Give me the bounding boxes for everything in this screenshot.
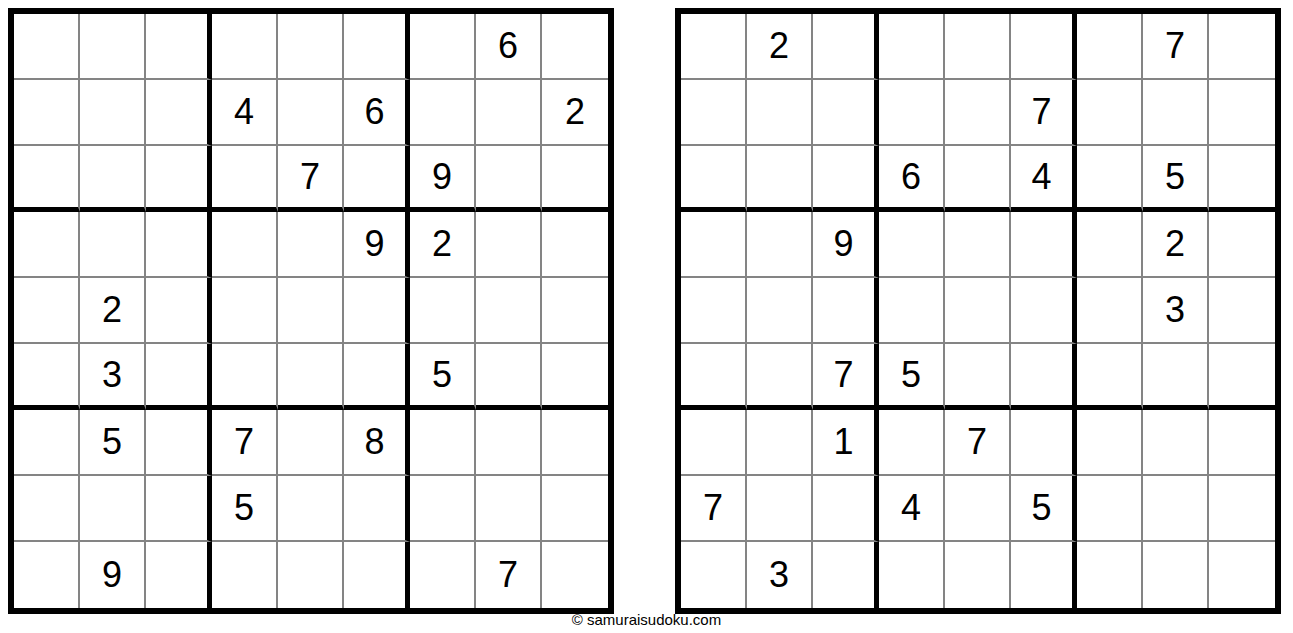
right-cell-r6c1[interactable]	[681, 344, 747, 410]
left-cell-r5c9[interactable]	[542, 278, 608, 344]
left-cell-r9c6[interactable]	[344, 542, 410, 608]
sudoku-board-right: 27764592375177453	[675, 8, 1281, 614]
right-cell-r8c2[interactable]	[747, 476, 813, 542]
right-cell-r7c4[interactable]	[879, 410, 945, 476]
left-cell-r1c4[interactable]	[212, 14, 278, 80]
right-cell-r9c3[interactable]	[813, 542, 879, 608]
left-cell-r7c9[interactable]	[542, 410, 608, 476]
left-cell-r6c9[interactable]	[542, 344, 608, 410]
left-cell-r4c3[interactable]	[146, 212, 212, 278]
left-cell-r5c1[interactable]	[14, 278, 80, 344]
right-cell-r2c2[interactable]	[747, 80, 813, 146]
right-cell-r2c5[interactable]	[945, 80, 1011, 146]
right-cell-r2c4[interactable]	[879, 80, 945, 146]
left-cell-r1c2[interactable]	[80, 14, 146, 80]
right-cell-r8c4: 4	[879, 476, 945, 542]
right-cell-r4c2[interactable]	[747, 212, 813, 278]
left-cell-r7c6: 8	[344, 410, 410, 476]
right-cell-r7c6[interactable]	[1011, 410, 1077, 476]
left-cell-r4c2[interactable]	[80, 212, 146, 278]
left-cell-r5c6[interactable]	[344, 278, 410, 344]
right-cell-r7c2[interactable]	[747, 410, 813, 476]
right-cell-r1c6[interactable]	[1011, 14, 1077, 80]
left-cell-r6c8[interactable]	[476, 344, 542, 410]
left-cell-r2c5[interactable]	[278, 80, 344, 146]
left-cell-r2c6: 6	[344, 80, 410, 146]
left-cell-r5c4[interactable]	[212, 278, 278, 344]
right-cell-r4c4[interactable]	[879, 212, 945, 278]
left-cell-r8c4: 5	[212, 476, 278, 542]
left-cell-r5c3[interactable]	[146, 278, 212, 344]
right-cell-r4c7[interactable]	[1077, 212, 1143, 278]
left-cell-r1c9[interactable]	[542, 14, 608, 80]
left-cell-r8c5[interactable]	[278, 476, 344, 542]
right-cell-r4c9[interactable]	[1209, 212, 1275, 278]
page: 64627992235578597 27764592375177453 © sa…	[0, 0, 1293, 633]
left-cell-r5c5[interactable]	[278, 278, 344, 344]
right-cell-r7c9[interactable]	[1209, 410, 1275, 476]
boards-row: 64627992235578597 27764592375177453	[8, 8, 1281, 614]
right-cell-r4c6[interactable]	[1011, 212, 1077, 278]
right-cell-r2c3[interactable]	[813, 80, 879, 146]
right-cell-r7c7[interactable]	[1077, 410, 1143, 476]
left-cell-r3c7: 9	[410, 146, 476, 212]
left-cell-r6c6[interactable]	[344, 344, 410, 410]
left-cell-r2c1[interactable]	[14, 80, 80, 146]
left-cell-r6c7: 5	[410, 344, 476, 410]
left-cell-r9c8: 7	[476, 542, 542, 608]
right-cell-r9c7[interactable]	[1077, 542, 1143, 608]
left-cell-r2c4: 4	[212, 80, 278, 146]
right-cell-r2c1[interactable]	[681, 80, 747, 146]
right-cell-r2c7[interactable]	[1077, 80, 1143, 146]
left-cell-r6c2: 3	[80, 344, 146, 410]
right-cell-r1c9[interactable]	[1209, 14, 1275, 80]
left-cell-r8c9[interactable]	[542, 476, 608, 542]
right-cell-r5c2[interactable]	[747, 278, 813, 344]
left-cell-r3c4[interactable]	[212, 146, 278, 212]
right-cell-r6c8[interactable]	[1143, 344, 1209, 410]
right-cell-r1c8: 7	[1143, 14, 1209, 80]
left-cell-r4c1[interactable]	[14, 212, 80, 278]
left-cell-r9c1[interactable]	[14, 542, 80, 608]
left-cell-r8c6[interactable]	[344, 476, 410, 542]
right-cell-r9c6[interactable]	[1011, 542, 1077, 608]
right-cell-r9c4[interactable]	[879, 542, 945, 608]
right-cell-r2c9[interactable]	[1209, 80, 1275, 146]
left-cell-r3c3[interactable]	[146, 146, 212, 212]
right-cell-r2c6: 7	[1011, 80, 1077, 146]
right-cell-r9c8[interactable]	[1143, 542, 1209, 608]
right-cell-r8c9[interactable]	[1209, 476, 1275, 542]
left-cell-r6c3[interactable]	[146, 344, 212, 410]
left-cell-r7c5[interactable]	[278, 410, 344, 476]
left-cell-r4c7: 2	[410, 212, 476, 278]
right-cell-r8c1: 7	[681, 476, 747, 542]
left-cell-r2c9: 2	[542, 80, 608, 146]
left-cell-r1c7[interactable]	[410, 14, 476, 80]
left-cell-r6c4[interactable]	[212, 344, 278, 410]
right-cell-r6c4: 5	[879, 344, 945, 410]
left-cell-r8c7[interactable]	[410, 476, 476, 542]
left-cell-r9c3[interactable]	[146, 542, 212, 608]
left-cell-r3c6[interactable]	[344, 146, 410, 212]
left-cell-r3c9[interactable]	[542, 146, 608, 212]
left-cell-r3c8[interactable]	[476, 146, 542, 212]
right-cell-r8c8[interactable]	[1143, 476, 1209, 542]
left-cell-r1c1[interactable]	[14, 14, 80, 80]
copyright-caption: © samuraisudoku.com	[0, 611, 1293, 628]
left-cell-r5c7[interactable]	[410, 278, 476, 344]
left-cell-r9c4[interactable]	[212, 542, 278, 608]
right-cell-r4c8: 2	[1143, 212, 1209, 278]
right-cell-r9c2: 3	[747, 542, 813, 608]
right-cell-r2c8[interactable]	[1143, 80, 1209, 146]
right-cell-r6c5[interactable]	[945, 344, 1011, 410]
left-cell-r5c8[interactable]	[476, 278, 542, 344]
left-cell-r3c5: 7	[278, 146, 344, 212]
left-cell-r9c2: 9	[80, 542, 146, 608]
left-cell-r8c1[interactable]	[14, 476, 80, 542]
right-cell-r6c6[interactable]	[1011, 344, 1077, 410]
right-cell-r4c1[interactable]	[681, 212, 747, 278]
right-cell-r5c4[interactable]	[879, 278, 945, 344]
left-cell-r1c3[interactable]	[146, 14, 212, 80]
left-cell-r9c7[interactable]	[410, 542, 476, 608]
right-cell-r6c3: 7	[813, 344, 879, 410]
right-cell-r1c4[interactable]	[879, 14, 945, 80]
right-cell-r1c2: 2	[747, 14, 813, 80]
right-cell-r6c2[interactable]	[747, 344, 813, 410]
right-cell-r1c3[interactable]	[813, 14, 879, 80]
right-cell-r5c8: 3	[1143, 278, 1209, 344]
right-cell-r7c8[interactable]	[1143, 410, 1209, 476]
right-cell-r8c5[interactable]	[945, 476, 1011, 542]
right-cell-r7c5: 7	[945, 410, 1011, 476]
left-cell-r2c8[interactable]	[476, 80, 542, 146]
left-cell-r3c2[interactable]	[80, 146, 146, 212]
right-cell-r8c3[interactable]	[813, 476, 879, 542]
left-cell-r3c1[interactable]	[14, 146, 80, 212]
left-cell-r2c2[interactable]	[80, 80, 146, 146]
left-cell-r1c5[interactable]	[278, 14, 344, 80]
right-cell-r5c9[interactable]	[1209, 278, 1275, 344]
left-cell-r5c2: 2	[80, 278, 146, 344]
right-cell-r1c5[interactable]	[945, 14, 1011, 80]
left-cell-r4c9[interactable]	[542, 212, 608, 278]
right-cell-r9c9[interactable]	[1209, 542, 1275, 608]
right-cell-r3c9[interactable]	[1209, 146, 1275, 212]
right-cell-r3c2[interactable]	[747, 146, 813, 212]
left-cell-r8c2[interactable]	[80, 476, 146, 542]
right-cell-r6c9[interactable]	[1209, 344, 1275, 410]
sudoku-board-left: 64627992235578597	[8, 8, 614, 614]
right-cell-r3c7[interactable]	[1077, 146, 1143, 212]
right-cell-r4c5[interactable]	[945, 212, 1011, 278]
right-cell-r3c8: 5	[1143, 146, 1209, 212]
left-cell-r4c8[interactable]	[476, 212, 542, 278]
right-cell-r8c6: 5	[1011, 476, 1077, 542]
left-cell-r4c4[interactable]	[212, 212, 278, 278]
right-cell-r3c5[interactable]	[945, 146, 1011, 212]
left-cell-r9c9[interactable]	[542, 542, 608, 608]
right-cell-r5c7[interactable]	[1077, 278, 1143, 344]
right-cell-r3c3[interactable]	[813, 146, 879, 212]
left-cell-r7c3[interactable]	[146, 410, 212, 476]
right-cell-r3c1[interactable]	[681, 146, 747, 212]
right-cell-r5c6[interactable]	[1011, 278, 1077, 344]
right-cell-r5c3[interactable]	[813, 278, 879, 344]
right-cell-r5c5[interactable]	[945, 278, 1011, 344]
left-cell-r6c1[interactable]	[14, 344, 80, 410]
left-cell-r7c2: 5	[80, 410, 146, 476]
left-cell-r4c6: 9	[344, 212, 410, 278]
right-cell-r3c4: 6	[879, 146, 945, 212]
left-cell-r7c7[interactable]	[410, 410, 476, 476]
right-cell-r7c3: 1	[813, 410, 879, 476]
left-cell-r1c6[interactable]	[344, 14, 410, 80]
left-cell-r8c8[interactable]	[476, 476, 542, 542]
right-cell-r3c6: 4	[1011, 146, 1077, 212]
left-cell-r9c5[interactable]	[278, 542, 344, 608]
left-cell-r2c3[interactable]	[146, 80, 212, 146]
left-cell-r2c7[interactable]	[410, 80, 476, 146]
left-cell-r8c3[interactable]	[146, 476, 212, 542]
left-cell-r1c8: 6	[476, 14, 542, 80]
left-cell-r6c5[interactable]	[278, 344, 344, 410]
right-cell-r5c1[interactable]	[681, 278, 747, 344]
left-cell-r7c8[interactable]	[476, 410, 542, 476]
right-cell-r1c1[interactable]	[681, 14, 747, 80]
left-cell-r4c5[interactable]	[278, 212, 344, 278]
right-cell-r8c7[interactable]	[1077, 476, 1143, 542]
right-cell-r9c1[interactable]	[681, 542, 747, 608]
left-cell-r7c1[interactable]	[14, 410, 80, 476]
right-cell-r4c3: 9	[813, 212, 879, 278]
right-cell-r1c7[interactable]	[1077, 14, 1143, 80]
right-cell-r9c5[interactable]	[945, 542, 1011, 608]
left-cell-r7c4: 7	[212, 410, 278, 476]
right-cell-r7c1[interactable]	[681, 410, 747, 476]
right-cell-r6c7[interactable]	[1077, 344, 1143, 410]
